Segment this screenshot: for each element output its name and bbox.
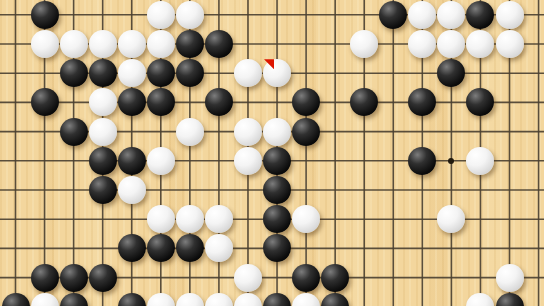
black-stone	[89, 176, 117, 204]
black-stone	[292, 118, 320, 146]
black-stone	[263, 234, 291, 262]
white-stone	[31, 30, 59, 58]
black-stone	[408, 147, 436, 175]
white-stone	[147, 30, 175, 58]
black-stone	[350, 88, 378, 116]
black-stone	[176, 30, 204, 58]
black-stone	[31, 1, 59, 29]
black-stone	[466, 1, 494, 29]
black-stone	[292, 264, 320, 292]
white-stone	[147, 1, 175, 29]
white-stone	[176, 293, 204, 306]
black-stone	[496, 293, 524, 306]
white-stone	[60, 30, 88, 58]
black-stone	[118, 234, 146, 262]
go-board[interactable]	[0, 0, 544, 306]
black-stone	[176, 59, 204, 87]
black-stone	[321, 264, 349, 292]
white-stone	[147, 147, 175, 175]
black-stone	[205, 30, 233, 58]
black-stone	[147, 59, 175, 87]
white-stone	[118, 30, 146, 58]
black-stone	[60, 264, 88, 292]
white-stone	[437, 30, 465, 58]
white-stone	[234, 59, 262, 87]
white-stone	[89, 118, 117, 146]
white-stone	[176, 205, 204, 233]
black-stone	[321, 293, 349, 306]
black-stone	[263, 147, 291, 175]
black-stone	[60, 59, 88, 87]
black-stone	[60, 118, 88, 146]
white-stone	[176, 1, 204, 29]
white-stone	[263, 59, 291, 87]
white-stone	[466, 293, 494, 306]
star-point	[448, 158, 454, 164]
black-stone	[31, 264, 59, 292]
white-stone	[496, 30, 524, 58]
black-stone	[118, 147, 146, 175]
black-stone	[118, 88, 146, 116]
black-stone	[408, 88, 436, 116]
white-stone	[292, 205, 320, 233]
white-stone	[89, 88, 117, 116]
white-stone	[89, 30, 117, 58]
white-stone	[234, 293, 262, 306]
white-stone	[437, 1, 465, 29]
black-stone	[2, 293, 30, 306]
black-stone	[118, 293, 146, 306]
white-stone	[408, 1, 436, 29]
white-stone	[176, 118, 204, 146]
black-stone	[205, 88, 233, 116]
black-stone	[263, 205, 291, 233]
black-stone	[89, 264, 117, 292]
white-stone	[118, 176, 146, 204]
black-stone	[379, 1, 407, 29]
white-stone	[350, 30, 378, 58]
white-stone	[263, 118, 291, 146]
white-stone	[31, 293, 59, 306]
black-stone	[31, 88, 59, 116]
white-stone	[234, 118, 262, 146]
white-stone	[437, 205, 465, 233]
black-stone	[466, 88, 494, 116]
black-stone	[89, 147, 117, 175]
white-stone	[496, 264, 524, 292]
white-stone	[496, 1, 524, 29]
white-stone	[147, 205, 175, 233]
black-stone	[147, 88, 175, 116]
white-stone	[466, 147, 494, 175]
white-stone	[147, 293, 175, 306]
white-stone	[118, 59, 146, 87]
black-stone	[437, 59, 465, 87]
white-stone	[408, 30, 436, 58]
black-stone	[263, 293, 291, 306]
white-stone	[234, 147, 262, 175]
black-stone	[89, 59, 117, 87]
white-stone	[205, 205, 233, 233]
go-app-screenshot	[0, 0, 544, 306]
white-stone	[234, 264, 262, 292]
white-stone	[205, 293, 233, 306]
white-stone	[466, 30, 494, 58]
white-stone	[292, 293, 320, 306]
black-stone	[263, 176, 291, 204]
white-stone	[205, 234, 233, 262]
black-stone	[176, 234, 204, 262]
black-stone	[292, 88, 320, 116]
black-stone	[147, 234, 175, 262]
black-stone	[60, 293, 88, 306]
